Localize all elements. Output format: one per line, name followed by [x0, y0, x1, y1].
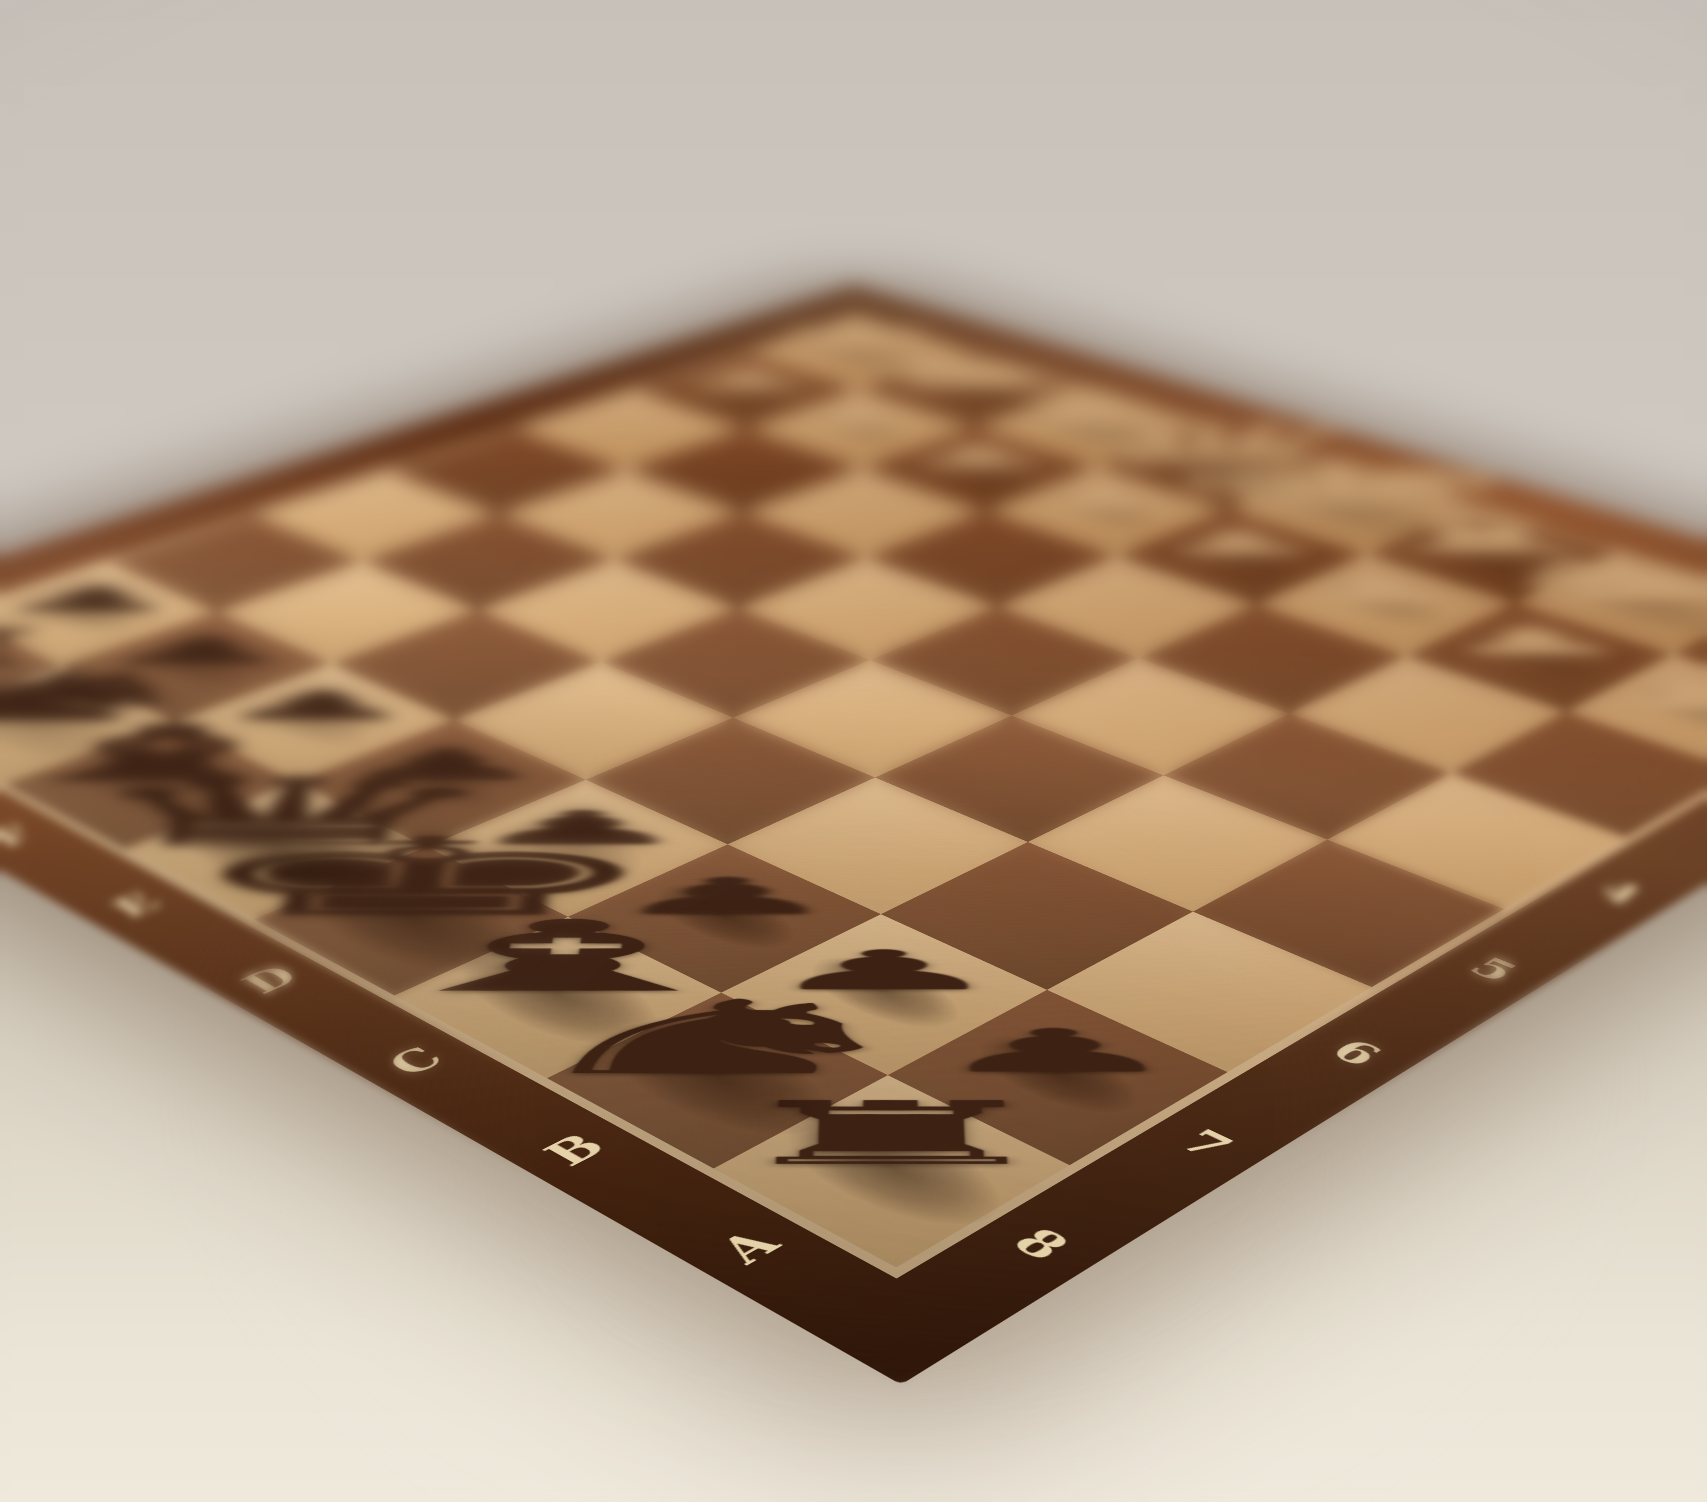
depth-of-field-ring-blur: [0, 0, 1707, 1502]
photo-scene: ABCDEFGH12345678 ♜♞♝♚♛♝♞♜♟♟♟♟♟♟♟♟♟♟♟♟♟♟♟…: [0, 0, 1707, 1502]
